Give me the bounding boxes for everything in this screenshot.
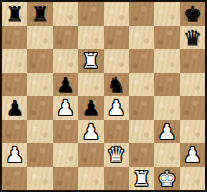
square-a3[interactable] — [2, 120, 27, 144]
square-h6[interactable] — [180, 49, 205, 73]
square-b1[interactable] — [27, 167, 52, 191]
square-b3[interactable] — [27, 120, 52, 144]
square-e8[interactable] — [104, 2, 129, 26]
square-b7[interactable] — [27, 26, 52, 50]
square-d1[interactable] — [78, 167, 103, 191]
square-g5[interactable] — [154, 73, 179, 97]
square-c6[interactable] — [53, 49, 78, 73]
chess-board-frame: ♜♜♚♛♜♟♞♟♟♟♟♟♟♟♛♟♜♚ — [0, 0, 207, 192]
square-a5[interactable] — [2, 73, 27, 97]
black-pawn[interactable]: ♟ — [81, 98, 100, 119]
square-d5[interactable] — [78, 73, 103, 97]
square-b5[interactable] — [27, 73, 52, 97]
white-pawn[interactable]: ♟ — [5, 145, 24, 166]
square-f3[interactable] — [129, 120, 154, 144]
square-c7[interactable] — [53, 26, 78, 50]
square-e5[interactable]: ♞ — [104, 73, 129, 97]
square-f4[interactable] — [129, 96, 154, 120]
white-pawn[interactable]: ♟ — [56, 98, 75, 119]
black-pawn[interactable]: ♟ — [56, 75, 75, 96]
square-f8[interactable] — [129, 2, 154, 26]
square-a6[interactable] — [2, 49, 27, 73]
square-h1[interactable] — [180, 167, 205, 191]
white-pawn[interactable]: ♟ — [158, 122, 177, 143]
square-c2[interactable] — [53, 143, 78, 167]
white-pawn[interactable]: ♟ — [183, 145, 202, 166]
square-d4[interactable]: ♟ — [78, 96, 103, 120]
square-b6[interactable] — [27, 49, 52, 73]
square-g4[interactable] — [154, 96, 179, 120]
square-g2[interactable] — [154, 143, 179, 167]
square-f7[interactable] — [129, 26, 154, 50]
square-d3[interactable]: ♟ — [78, 120, 103, 144]
square-d6[interactable]: ♜ — [78, 49, 103, 73]
square-c1[interactable] — [53, 167, 78, 191]
black-king[interactable]: ♚ — [183, 4, 202, 25]
square-a2[interactable]: ♟ — [2, 143, 27, 167]
square-a8[interactable]: ♜ — [2, 2, 27, 26]
square-f6[interactable] — [129, 49, 154, 73]
white-rook[interactable]: ♜ — [132, 169, 151, 190]
white-pawn[interactable]: ♟ — [81, 122, 100, 143]
square-f5[interactable] — [129, 73, 154, 97]
black-pawn[interactable]: ♟ — [5, 98, 24, 119]
square-a1[interactable] — [2, 167, 27, 191]
square-b4[interactable] — [27, 96, 52, 120]
square-f1[interactable]: ♜ — [129, 167, 154, 191]
square-h4[interactable] — [180, 96, 205, 120]
white-queen[interactable]: ♛ — [107, 145, 126, 166]
square-d7[interactable] — [78, 26, 103, 50]
black-rook[interactable]: ♜ — [5, 4, 24, 25]
square-h8[interactable]: ♚ — [180, 2, 205, 26]
square-b2[interactable] — [27, 143, 52, 167]
square-g1[interactable]: ♚ — [154, 167, 179, 191]
black-queen[interactable]: ♛ — [183, 28, 202, 49]
white-rook[interactable]: ♜ — [81, 51, 100, 72]
black-rook[interactable]: ♜ — [31, 4, 50, 25]
square-d2[interactable] — [78, 143, 103, 167]
square-c3[interactable] — [53, 120, 78, 144]
square-e1[interactable] — [104, 167, 129, 191]
square-g7[interactable] — [154, 26, 179, 50]
square-e3[interactable] — [104, 120, 129, 144]
square-g3[interactable]: ♟ — [154, 120, 179, 144]
black-knight[interactable]: ♞ — [107, 75, 126, 96]
square-d8[interactable] — [78, 2, 103, 26]
square-e2[interactable]: ♛ — [104, 143, 129, 167]
square-a4[interactable]: ♟ — [2, 96, 27, 120]
square-b8[interactable]: ♜ — [27, 2, 52, 26]
square-c5[interactable]: ♟ — [53, 73, 78, 97]
square-e7[interactable] — [104, 26, 129, 50]
square-g8[interactable] — [154, 2, 179, 26]
square-c8[interactable] — [53, 2, 78, 26]
square-c4[interactable]: ♟ — [53, 96, 78, 120]
square-e6[interactable] — [104, 49, 129, 73]
square-h2[interactable]: ♟ — [180, 143, 205, 167]
square-g6[interactable] — [154, 49, 179, 73]
square-e4[interactable]: ♟ — [104, 96, 129, 120]
square-h3[interactable] — [180, 120, 205, 144]
white-pawn[interactable]: ♟ — [107, 98, 126, 119]
square-h7[interactable]: ♛ — [180, 26, 205, 50]
square-h5[interactable] — [180, 73, 205, 97]
square-a7[interactable] — [2, 26, 27, 50]
white-king[interactable]: ♚ — [158, 169, 177, 190]
chess-board: ♜♜♚♛♜♟♞♟♟♟♟♟♟♟♛♟♜♚ — [2, 2, 205, 190]
square-f2[interactable] — [129, 143, 154, 167]
